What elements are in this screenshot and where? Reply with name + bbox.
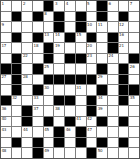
black-cell-r11c3 xyxy=(22,106,32,116)
clue-number-35: 35 xyxy=(129,96,134,101)
white-cell-r11c8[interactable] xyxy=(76,106,86,116)
clue-number-50: 50 xyxy=(97,148,102,153)
clue-number-22: 22 xyxy=(22,54,27,59)
black-cell-r10c12 xyxy=(119,96,129,106)
black-cell-r14c6 xyxy=(54,138,64,148)
black-cell-r8c2 xyxy=(12,75,22,85)
white-cell-r7c3[interactable] xyxy=(22,64,32,74)
white-cell-r3c2[interactable] xyxy=(12,22,22,32)
black-cell-r2c10 xyxy=(97,12,107,22)
white-cell-r1c11[interactable]: 6 xyxy=(108,1,118,11)
clue-number-2: 2 xyxy=(22,1,25,6)
white-cell-r2c9[interactable] xyxy=(87,12,97,22)
white-cell-r10c8[interactable] xyxy=(76,96,86,106)
white-cell-r5c12[interactable]: 21 xyxy=(119,43,129,53)
white-cell-r13c3[interactable]: 44 xyxy=(22,127,32,137)
clue-number-5: 5 xyxy=(87,1,90,6)
white-cell-r1c7[interactable]: 4 xyxy=(65,1,75,11)
black-cell-r7c2 xyxy=(12,64,22,74)
black-cell-r8c6 xyxy=(54,75,64,85)
white-cell-r12c9[interactable]: 42 xyxy=(87,117,97,127)
white-cell-r7c11[interactable] xyxy=(108,64,118,74)
white-cell-r2c3[interactable] xyxy=(22,12,32,22)
white-cell-r7c13[interactable]: 26 xyxy=(129,64,139,74)
white-cell-r7c6[interactable] xyxy=(54,64,64,74)
white-cell-r6c6[interactable] xyxy=(54,54,64,64)
white-cell-r12c6[interactable] xyxy=(54,117,64,127)
white-cell-r15c1[interactable]: 48 xyxy=(1,148,11,158)
clue-number-14: 14 xyxy=(54,33,59,38)
white-cell-r12c13[interactable] xyxy=(129,117,139,127)
clue-number-41: 41 xyxy=(76,117,81,122)
white-cell-r5c2[interactable] xyxy=(12,43,22,53)
clue-number-42: 42 xyxy=(87,117,92,122)
black-cell-r15c4 xyxy=(33,148,43,158)
black-cell-r8c7 xyxy=(65,75,75,85)
clue-number-43: 43 xyxy=(1,127,6,132)
white-cell-r5c7[interactable] xyxy=(65,43,75,53)
white-cell-r11c12[interactable] xyxy=(119,106,129,116)
white-cell-r3c7[interactable] xyxy=(65,22,75,32)
black-cell-r2c12 xyxy=(119,12,129,22)
white-cell-r14c5[interactable] xyxy=(44,138,54,148)
black-cell-r5c5 xyxy=(44,43,54,53)
clue-number-39: 39 xyxy=(97,106,102,111)
white-cell-r5c3[interactable] xyxy=(22,43,32,53)
black-cell-r8c12 xyxy=(119,75,129,85)
clue-number-33: 33 xyxy=(33,96,38,101)
crossword-board: 1234567891011121314151617181920212223242… xyxy=(0,0,140,159)
white-cell-r5c6[interactable]: 19 xyxy=(54,43,64,53)
white-cell-r3c12[interactable]: 12 xyxy=(119,22,129,32)
white-cell-r15c13[interactable] xyxy=(129,148,139,158)
white-cell-r2c11[interactable] xyxy=(108,12,118,22)
clue-number-49: 49 xyxy=(44,148,49,153)
white-cell-r11c6[interactable]: 38 xyxy=(54,106,64,116)
clue-number-21: 21 xyxy=(119,43,124,48)
white-cell-r9c11[interactable] xyxy=(108,85,118,95)
black-cell-r6c5 xyxy=(44,54,54,64)
black-cell-r12c10 xyxy=(97,117,107,127)
white-cell-r5c1[interactable]: 17 xyxy=(1,43,11,53)
black-cell-r6c7 xyxy=(65,54,75,64)
black-cell-r12c12 xyxy=(119,117,129,127)
white-cell-r15c11[interactable] xyxy=(108,148,118,158)
white-cell-r8c3[interactable]: 28 xyxy=(22,75,32,85)
white-cell-r7c5[interactable]: 25 xyxy=(44,64,54,74)
white-cell-r13c2[interactable] xyxy=(12,127,22,137)
clue-number-32: 32 xyxy=(12,96,17,101)
white-cell-r12c1[interactable]: 40 xyxy=(1,117,11,127)
black-cell-r7c12 xyxy=(119,64,129,74)
white-cell-r9c3[interactable] xyxy=(22,85,32,95)
black-cell-r9c2 xyxy=(12,85,22,95)
clue-number-34: 34 xyxy=(97,96,102,101)
white-cell-r15c6[interactable] xyxy=(54,148,64,158)
black-cell-r8c9 xyxy=(87,75,97,85)
black-cell-r4c9 xyxy=(87,33,97,43)
black-cell-r14c4 xyxy=(33,138,43,148)
black-cell-r12c3 xyxy=(22,117,32,127)
white-cell-r12c11[interactable] xyxy=(108,117,118,127)
white-cell-r6c4[interactable] xyxy=(33,54,43,64)
clue-number-11: 11 xyxy=(97,22,102,27)
clue-number-37: 37 xyxy=(33,106,38,111)
white-cell-r12c2[interactable] xyxy=(12,117,22,127)
white-cell-r13c13[interactable] xyxy=(129,127,139,137)
black-cell-r10c7 xyxy=(65,96,75,106)
white-cell-r15c5[interactable]: 49 xyxy=(44,148,54,158)
black-cell-r15c9 xyxy=(87,148,97,158)
white-cell-r15c2[interactable] xyxy=(12,148,22,158)
white-cell-r11c1[interactable]: 36 xyxy=(1,106,11,116)
clue-number-13: 13 xyxy=(44,33,49,38)
clue-number-23: 23 xyxy=(87,54,92,59)
white-cell-r5c10[interactable] xyxy=(97,43,107,53)
white-cell-r10c4[interactable]: 33 xyxy=(33,96,43,106)
clue-number-30: 30 xyxy=(44,85,49,90)
black-cell-r9c12 xyxy=(119,85,129,95)
white-cell-r3c1[interactable]: 9 xyxy=(1,22,11,32)
black-cell-r1c5 xyxy=(44,1,54,11)
white-cell-r5c9[interactable]: 20 xyxy=(87,43,97,53)
black-cell-r12c5 xyxy=(44,117,54,127)
clue-number-27: 27 xyxy=(1,75,6,80)
white-cell-r9c5[interactable]: 30 xyxy=(44,85,54,95)
black-cell-r6c8 xyxy=(76,54,86,64)
white-cell-r13c7[interactable]: 46 xyxy=(65,127,75,137)
clue-number-31: 31 xyxy=(76,85,81,90)
white-cell-r4c8[interactable]: 15 xyxy=(76,33,86,43)
white-cell-r14c7[interactable] xyxy=(65,138,75,148)
white-cell-r10c11[interactable] xyxy=(108,96,118,106)
white-cell-r12c4[interactable] xyxy=(33,117,43,127)
white-cell-r1c2[interactable] xyxy=(12,1,22,11)
clue-number-9: 9 xyxy=(1,22,4,27)
black-cell-r8c8 xyxy=(76,75,86,85)
white-cell-r1c6[interactable]: 3 xyxy=(54,1,64,11)
white-cell-r10c2[interactable]: 32 xyxy=(12,96,22,106)
white-cell-r9c8[interactable]: 31 xyxy=(76,85,86,95)
white-cell-r4c5[interactable]: 13 xyxy=(44,33,54,43)
white-cell-r6c9[interactable]: 23 xyxy=(87,54,97,64)
white-cell-r1c8[interactable] xyxy=(76,1,86,11)
white-cell-r8c13[interactable] xyxy=(129,75,139,85)
white-cell-r1c12[interactable] xyxy=(119,1,129,11)
clue-number-36: 36 xyxy=(1,106,6,111)
black-cell-r14c8 xyxy=(76,138,86,148)
white-cell-r11c10[interactable]: 39 xyxy=(97,106,107,116)
clue-number-6: 6 xyxy=(108,1,111,6)
clue-number-8: 8 xyxy=(44,12,47,17)
black-cell-r12c7 xyxy=(65,117,75,127)
black-cell-r10c9 xyxy=(87,96,97,106)
white-cell-r9c1[interactable] xyxy=(1,85,11,95)
black-cell-r13c8 xyxy=(76,127,86,137)
white-cell-r6c1[interactable] xyxy=(1,54,11,64)
white-cell-r11c11[interactable] xyxy=(108,106,118,116)
black-cell-r8c5 xyxy=(44,75,54,85)
white-cell-r11c2[interactable] xyxy=(12,106,22,116)
white-cell-r2c7[interactable] xyxy=(65,12,75,22)
clue-number-19: 19 xyxy=(54,43,59,48)
white-cell-r8c4[interactable] xyxy=(33,75,43,85)
black-cell-r4c2 xyxy=(12,33,22,43)
white-cell-r13c9[interactable]: 47 xyxy=(87,127,97,137)
black-cell-r4c4 xyxy=(33,33,43,43)
black-cell-r7c1 xyxy=(1,64,11,74)
white-cell-r1c1[interactable]: 1 xyxy=(1,1,11,11)
clue-number-7: 7 xyxy=(129,1,132,6)
black-cell-r4c7 xyxy=(65,33,75,43)
white-cell-r9c9[interactable] xyxy=(87,85,97,95)
black-cell-r4c11 xyxy=(108,33,118,43)
clue-number-28: 28 xyxy=(22,75,27,80)
black-cell-r3c6 xyxy=(54,22,64,32)
white-cell-r10c10[interactable]: 34 xyxy=(97,96,107,106)
black-cell-r9c10 xyxy=(97,85,107,95)
black-cell-r6c13 xyxy=(129,54,139,64)
white-cell-r3c4[interactable] xyxy=(33,22,43,32)
white-cell-r15c7[interactable] xyxy=(65,148,75,158)
white-cell-r7c7[interactable] xyxy=(65,64,75,74)
white-cell-r14c13[interactable] xyxy=(129,138,139,148)
clue-number-38: 38 xyxy=(54,106,59,111)
white-cell-r15c8[interactable] xyxy=(76,148,86,158)
black-cell-r14c12 xyxy=(119,138,129,148)
white-cell-r3c5[interactable] xyxy=(44,22,54,32)
black-cell-r9c13 xyxy=(129,85,139,95)
white-cell-r2c5[interactable]: 8 xyxy=(44,12,54,22)
white-cell-r4c10[interactable] xyxy=(97,33,107,43)
clue-number-12: 12 xyxy=(119,22,124,27)
black-cell-r10c1 xyxy=(1,96,11,106)
white-cell-r13c5[interactable]: 45 xyxy=(44,127,54,137)
white-cell-r3c9[interactable]: 10 xyxy=(87,22,97,32)
clue-number-20: 20 xyxy=(87,43,92,48)
black-cell-r3c8 xyxy=(76,22,86,32)
white-cell-r14c3[interactable] xyxy=(22,138,32,148)
clue-number-16: 16 xyxy=(119,33,124,38)
clue-number-24: 24 xyxy=(108,54,113,59)
black-cell-r2c6 xyxy=(54,12,64,22)
white-cell-r8c11[interactable] xyxy=(108,75,118,85)
white-cell-r9c7[interactable] xyxy=(65,85,75,95)
white-cell-r8c1[interactable]: 27 xyxy=(1,75,11,85)
clue-number-3: 3 xyxy=(54,1,57,6)
white-cell-r5c8[interactable] xyxy=(76,43,86,53)
clue-number-29: 29 xyxy=(97,75,102,80)
black-cell-r2c8 xyxy=(76,12,86,22)
black-cell-r13c6 xyxy=(54,127,64,137)
white-cell-r4c3[interactable] xyxy=(22,33,32,43)
clue-number-18: 18 xyxy=(33,43,38,48)
clue-number-4: 4 xyxy=(65,1,68,6)
clue-number-48: 48 xyxy=(1,148,6,153)
clue-number-17: 17 xyxy=(1,43,6,48)
white-cell-r15c3[interactable] xyxy=(22,148,32,158)
clue-number-1: 1 xyxy=(1,1,4,6)
white-cell-r2c1[interactable] xyxy=(1,12,11,22)
white-cell-r1c3[interactable]: 2 xyxy=(22,1,32,11)
white-cell-r10c3[interactable] xyxy=(22,96,32,106)
white-cell-r4c13[interactable] xyxy=(129,33,139,43)
white-cell-r14c9[interactable] xyxy=(87,138,97,148)
white-cell-r1c4[interactable] xyxy=(33,1,43,11)
clue-number-47: 47 xyxy=(87,127,92,132)
white-cell-r10c13[interactable]: 35 xyxy=(129,96,139,106)
white-cell-r6c3[interactable]: 22 xyxy=(22,54,32,64)
black-cell-r7c4 xyxy=(33,64,43,74)
black-cell-r14c2 xyxy=(12,138,22,148)
black-cell-r6c2 xyxy=(12,54,22,64)
white-cell-r11c7[interactable] xyxy=(65,106,75,116)
white-cell-r4c12[interactable]: 16 xyxy=(119,33,129,43)
black-cell-r2c2 xyxy=(12,12,22,22)
black-cell-r11c9 xyxy=(87,106,97,116)
black-cell-r9c4 xyxy=(33,85,43,95)
white-cell-r3c11[interactable] xyxy=(108,22,118,32)
white-cell-r12c8[interactable]: 41 xyxy=(76,117,86,127)
clue-number-40: 40 xyxy=(1,117,6,122)
white-cell-r14c11[interactable] xyxy=(108,138,118,148)
white-cell-r4c6[interactable]: 14 xyxy=(54,33,64,43)
white-cell-r6c12[interactable] xyxy=(119,54,129,64)
black-cell-r7c10 xyxy=(97,64,107,74)
white-cell-r6c10[interactable] xyxy=(97,54,107,64)
white-cell-r14c1[interactable] xyxy=(1,138,11,148)
black-cell-r10c6 xyxy=(54,96,64,106)
white-cell-r3c3[interactable] xyxy=(22,22,32,32)
white-cell-r3c10[interactable]: 11 xyxy=(97,22,107,32)
white-cell-r13c1[interactable]: 43 xyxy=(1,127,11,137)
white-cell-r3c13[interactable] xyxy=(129,22,139,32)
white-cell-r11c4[interactable]: 37 xyxy=(33,106,43,116)
white-cell-r1c13[interactable]: 7 xyxy=(129,1,139,11)
clue-number-44: 44 xyxy=(22,127,27,132)
clue-number-26: 26 xyxy=(129,64,134,69)
white-cell-r8c10[interactable]: 29 xyxy=(97,75,107,85)
white-cell-r5c4[interactable]: 18 xyxy=(33,43,43,53)
white-cell-r9c6[interactable] xyxy=(54,85,64,95)
black-cell-r5c11 xyxy=(108,43,118,53)
white-cell-r10c5[interactable] xyxy=(44,96,54,106)
white-cell-r15c12[interactable] xyxy=(119,148,129,158)
white-cell-r13c10[interactable] xyxy=(97,127,107,137)
clue-number-10: 10 xyxy=(87,22,92,27)
clue-number-25: 25 xyxy=(44,64,49,69)
clue-number-15: 15 xyxy=(76,33,81,38)
black-cell-r14c10 xyxy=(97,138,107,148)
white-cell-r13c12[interactable] xyxy=(119,127,129,137)
white-cell-r6c11[interactable]: 24 xyxy=(108,54,118,64)
white-cell-r4c1[interactable] xyxy=(1,33,11,43)
white-cell-r13c11[interactable] xyxy=(108,127,118,137)
white-cell-r7c9[interactable] xyxy=(87,64,97,74)
white-cell-r15c10[interactable]: 50 xyxy=(97,148,107,158)
black-cell-r1c10 xyxy=(97,1,107,11)
white-cell-r5c13[interactable] xyxy=(129,43,139,53)
white-cell-r2c13[interactable] xyxy=(129,12,139,22)
white-cell-r1c9[interactable]: 5 xyxy=(87,1,97,11)
clue-number-46: 46 xyxy=(65,127,70,132)
white-cell-r13c4[interactable] xyxy=(33,127,43,137)
black-cell-r2c4 xyxy=(33,12,43,22)
white-cell-r11c5[interactable] xyxy=(44,106,54,116)
white-cell-r7c8[interactable] xyxy=(76,64,86,74)
white-cell-r11c13[interactable] xyxy=(129,106,139,116)
clue-number-45: 45 xyxy=(44,127,49,132)
